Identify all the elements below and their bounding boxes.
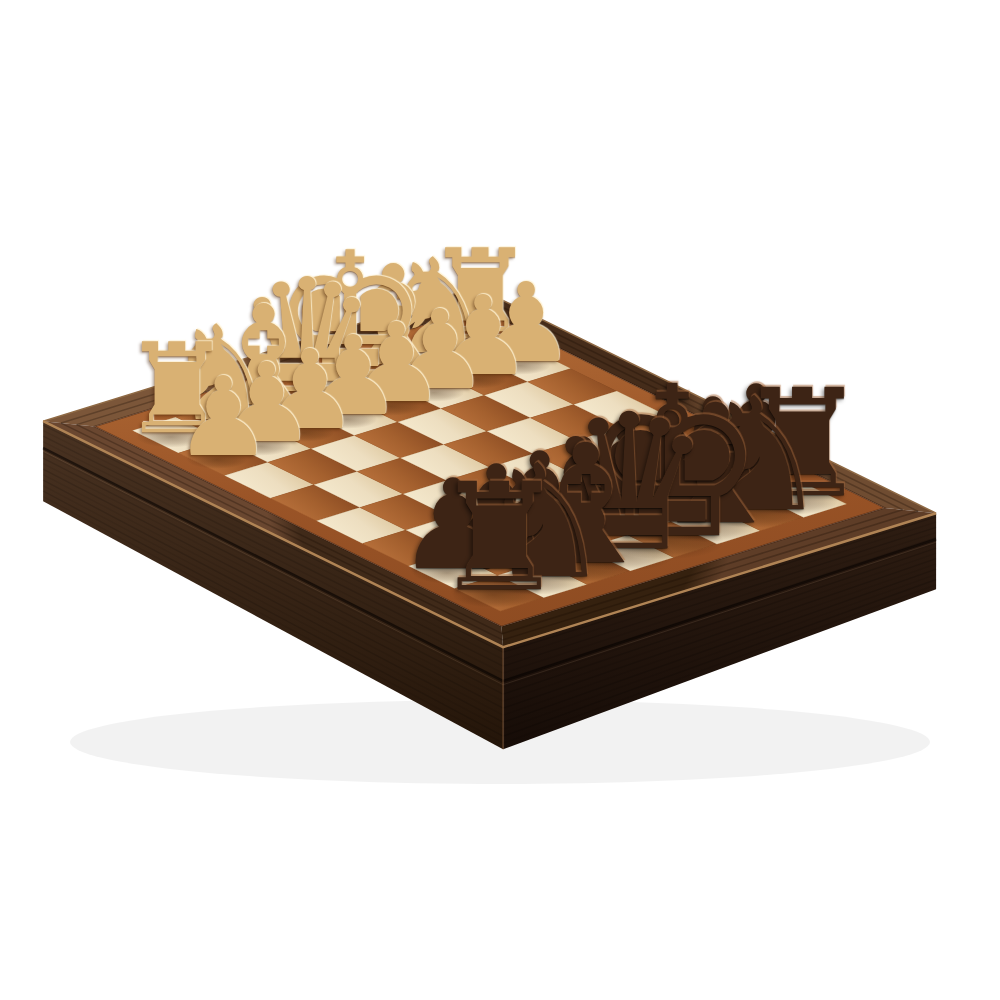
product-photo-stage: ♜♞♟♝♟♚♟♛♟♝♟♞♟♜♟♟♟♟♜♟♞♟♝♟♚♟♛♟♝♟♞♜ [0,0,1000,1000]
